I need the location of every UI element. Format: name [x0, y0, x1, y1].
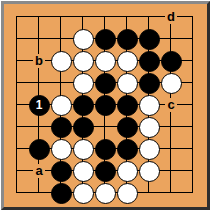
intersection-8-2[interactable] — [160, 28, 182, 50]
intersection-1-6[interactable] — [6, 116, 28, 138]
intersection-7-1[interactable] — [138, 6, 160, 28]
black-stone — [95, 73, 116, 94]
point-label-a: a — [33, 164, 44, 178]
intersection-7-6[interactable] — [138, 116, 160, 138]
black-stone — [117, 29, 138, 50]
intersection-5-4[interactable] — [94, 72, 116, 94]
black-stone — [139, 51, 160, 72]
white-stone — [73, 51, 94, 72]
intersection-8-6[interactable] — [160, 116, 182, 138]
black-stone — [95, 161, 116, 182]
intersection-7-8[interactable] — [138, 160, 160, 182]
intersection-7-5[interactable] — [138, 94, 160, 116]
intersection-6-2[interactable] — [116, 28, 138, 50]
black-stone — [161, 51, 182, 72]
intersection-6-9[interactable] — [116, 182, 138, 204]
intersection-1-4[interactable] — [6, 72, 28, 94]
intersection-9-9[interactable] — [182, 182, 204, 204]
white-stone — [73, 139, 94, 160]
intersection-3-9[interactable] — [50, 182, 72, 204]
intersection-1-5[interactable] — [6, 94, 28, 116]
intersection-3-2[interactable] — [50, 28, 72, 50]
intersection-4-1[interactable] — [72, 6, 94, 28]
intersection-6-7[interactable] — [116, 138, 138, 160]
intersection-3-4[interactable] — [50, 72, 72, 94]
black-stone — [139, 29, 160, 50]
intersection-3-6[interactable] — [50, 116, 72, 138]
intersection-5-3[interactable] — [94, 50, 116, 72]
intersection-1-7[interactable] — [6, 138, 28, 160]
black-stone — [117, 139, 138, 160]
white-stone — [139, 95, 160, 116]
intersection-3-3[interactable] — [50, 50, 72, 72]
intersection-1-8[interactable] — [6, 160, 28, 182]
intersection-4-2[interactable] — [72, 28, 94, 50]
intersection-7-4[interactable] — [138, 72, 160, 94]
white-stone — [73, 161, 94, 182]
intersection-6-1[interactable] — [116, 6, 138, 28]
intersection-7-9[interactable] — [138, 182, 160, 204]
point-label-b: b — [33, 54, 45, 68]
black-stone: 1 — [29, 95, 50, 116]
white-stone — [117, 183, 138, 204]
intersection-1-1[interactable] — [6, 6, 28, 28]
point-label-c: c — [165, 98, 176, 112]
intersection-4-7[interactable] — [72, 138, 94, 160]
white-stone — [139, 139, 160, 160]
white-stone — [51, 95, 72, 116]
white-stone — [95, 51, 116, 72]
white-stone — [73, 73, 94, 94]
intersection-9-1[interactable] — [182, 6, 204, 28]
intersection-5-6[interactable] — [94, 116, 116, 138]
intersection-5-5[interactable] — [94, 94, 116, 116]
intersection-4-9[interactable] — [72, 182, 94, 204]
intersection-9-4[interactable] — [182, 72, 204, 94]
intersection-5-8[interactable] — [94, 160, 116, 182]
go-diagram: db1ca — [0, 0, 211, 211]
white-stone — [117, 161, 138, 182]
white-stone — [95, 183, 116, 204]
intersection-4-3[interactable] — [72, 50, 94, 72]
black-stone — [139, 73, 160, 94]
black-stone — [51, 161, 72, 182]
white-stone — [73, 183, 94, 204]
intersection-2-3[interactable]: b — [28, 50, 50, 72]
go-board: db1ca — [1, 1, 210, 210]
intersection-8-7[interactable] — [160, 138, 182, 160]
board-grid: db1ca — [6, 6, 204, 204]
intersection-2-1[interactable] — [28, 6, 50, 28]
intersection-9-2[interactable] — [182, 28, 204, 50]
intersection-2-8[interactable]: a — [28, 160, 50, 182]
intersection-9-6[interactable] — [182, 116, 204, 138]
intersection-2-9[interactable] — [28, 182, 50, 204]
intersection-6-5[interactable] — [116, 94, 138, 116]
black-stone — [95, 95, 116, 116]
intersection-8-4[interactable] — [160, 72, 182, 94]
intersection-8-9[interactable] — [160, 182, 182, 204]
intersection-4-5[interactable] — [72, 94, 94, 116]
intersection-8-1[interactable]: d — [160, 6, 182, 28]
intersection-5-1[interactable] — [94, 6, 116, 28]
black-stone — [95, 29, 116, 50]
intersection-3-1[interactable] — [50, 6, 72, 28]
black-stone — [51, 117, 72, 138]
intersection-2-5[interactable]: 1 — [28, 94, 50, 116]
intersection-9-3[interactable] — [182, 50, 204, 72]
black-stone — [51, 183, 72, 204]
intersection-6-8[interactable] — [116, 160, 138, 182]
white-stone — [117, 51, 138, 72]
intersection-9-5[interactable] — [182, 94, 204, 116]
white-stone — [51, 51, 72, 72]
black-stone — [29, 139, 50, 160]
intersection-6-6[interactable] — [116, 116, 138, 138]
white-stone — [117, 73, 138, 94]
black-stone — [73, 117, 94, 138]
intersection-8-5[interactable]: c — [160, 94, 182, 116]
black-stone — [117, 117, 138, 138]
intersection-5-7[interactable] — [94, 138, 116, 160]
intersection-4-4[interactable] — [72, 72, 94, 94]
intersection-1-9[interactable] — [6, 182, 28, 204]
white-stone — [51, 139, 72, 160]
intersection-1-3[interactable] — [6, 50, 28, 72]
black-stone — [73, 95, 94, 116]
intersection-9-7[interactable] — [182, 138, 204, 160]
intersection-4-6[interactable] — [72, 116, 94, 138]
intersection-5-2[interactable] — [94, 28, 116, 50]
intersection-8-3[interactable] — [160, 50, 182, 72]
intersection-6-4[interactable] — [116, 72, 138, 94]
intersection-1-2[interactable] — [6, 28, 28, 50]
intersection-2-2[interactable] — [28, 28, 50, 50]
intersection-2-6[interactable] — [28, 116, 50, 138]
intersection-5-9[interactable] — [94, 182, 116, 204]
point-label-d: d — [165, 10, 177, 24]
play-area: db1ca — [6, 6, 204, 204]
white-stone — [139, 161, 160, 182]
white-stone — [73, 29, 94, 50]
black-stone — [117, 95, 138, 116]
intersection-7-3[interactable] — [138, 50, 160, 72]
intersection-3-8[interactable] — [50, 160, 72, 182]
intersection-8-8[interactable] — [160, 160, 182, 182]
intersection-3-5[interactable] — [50, 94, 72, 116]
intersection-9-8[interactable] — [182, 160, 204, 182]
intersection-7-2[interactable] — [138, 28, 160, 50]
black-stone — [95, 139, 116, 160]
intersection-6-3[interactable] — [116, 50, 138, 72]
intersection-7-7[interactable] — [138, 138, 160, 160]
intersection-4-8[interactable] — [72, 160, 94, 182]
intersection-2-7[interactable] — [28, 138, 50, 160]
white-stone — [161, 73, 182, 94]
intersection-3-7[interactable] — [50, 138, 72, 160]
white-stone — [139, 117, 160, 138]
intersection-2-4[interactable] — [28, 72, 50, 94]
